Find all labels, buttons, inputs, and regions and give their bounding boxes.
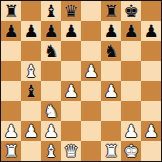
piece-white-rook: ♜	[3, 141, 18, 161]
square-c3[interactable]: ♞	[41, 101, 61, 121]
square-d6[interactable]	[61, 41, 81, 61]
piece-white-king: ♚	[123, 141, 138, 161]
piece-white-pawn: ♟	[103, 81, 118, 101]
square-d8[interactable]: ♛	[61, 1, 81, 21]
square-f7[interactable]: ♟	[101, 21, 121, 41]
square-b4[interactable]: ♝	[21, 81, 41, 101]
piece-black-pawn: ♟	[103, 21, 118, 41]
square-a3[interactable]	[1, 101, 21, 121]
square-c6[interactable]: ♞	[41, 41, 61, 61]
piece-black-pawn: ♟	[43, 21, 58, 41]
piece-white-pawn: ♟	[143, 121, 158, 141]
square-e3[interactable]	[81, 101, 101, 121]
square-g6[interactable]	[121, 41, 141, 61]
square-b2[interactable]: ♟	[21, 121, 41, 141]
square-f4[interactable]: ♟	[101, 81, 121, 101]
square-a6[interactable]	[1, 41, 21, 61]
square-d5[interactable]	[61, 61, 81, 81]
square-f2[interactable]	[101, 121, 121, 141]
square-d1[interactable]: ♛	[61, 141, 81, 161]
square-e8[interactable]	[81, 1, 101, 21]
square-h2[interactable]: ♟	[141, 121, 161, 141]
square-g1[interactable]: ♚	[121, 141, 141, 161]
square-f5[interactable]	[101, 61, 121, 81]
square-e2[interactable]	[81, 121, 101, 141]
square-h5[interactable]	[141, 61, 161, 81]
piece-white-bishop: ♝	[23, 61, 38, 81]
square-g7[interactable]: ♟	[121, 21, 141, 41]
square-b5[interactable]: ♝	[21, 61, 41, 81]
piece-black-knight: ♞	[103, 41, 118, 61]
square-b7[interactable]: ♟	[21, 21, 41, 41]
board-frame: ♜♝♛♜♚♟♟♟♟♟♟♟♞♞♝♟♝♟♟♞♟♟♟♟♟♜♝♛♜♚	[0, 0, 162, 162]
piece-white-pawn: ♟	[23, 121, 38, 141]
piece-white-rook: ♜	[103, 141, 118, 161]
square-c5[interactable]	[41, 61, 61, 81]
square-a4[interactable]	[1, 81, 21, 101]
square-h8[interactable]	[141, 1, 161, 21]
square-a2[interactable]: ♟	[1, 121, 21, 141]
square-b8[interactable]	[21, 1, 41, 21]
square-b3[interactable]	[21, 101, 41, 121]
square-h6[interactable]	[141, 41, 161, 61]
piece-black-pawn: ♟	[143, 21, 158, 41]
piece-white-queen: ♛	[63, 141, 78, 161]
square-c4[interactable]	[41, 81, 61, 101]
square-e6[interactable]	[81, 41, 101, 61]
piece-black-pawn: ♟	[63, 21, 78, 41]
square-b1[interactable]	[21, 141, 41, 161]
piece-black-king: ♚	[123, 1, 138, 21]
square-f8[interactable]: ♜	[101, 1, 121, 21]
square-e7[interactable]	[81, 21, 101, 41]
square-g3[interactable]	[121, 101, 141, 121]
chess-board: ♜♝♛♜♚♟♟♟♟♟♟♟♞♞♝♟♝♟♟♞♟♟♟♟♟♜♝♛♜♚	[1, 1, 161, 161]
piece-black-pawn: ♟	[3, 21, 18, 41]
square-a1[interactable]: ♜	[1, 141, 21, 161]
piece-black-bishop: ♝	[43, 1, 58, 21]
square-h4[interactable]	[141, 81, 161, 101]
square-d7[interactable]: ♟	[61, 21, 81, 41]
square-a5[interactable]	[1, 61, 21, 81]
square-g2[interactable]: ♟	[121, 121, 141, 141]
piece-black-pawn: ♟	[123, 21, 138, 41]
square-d3[interactable]	[61, 101, 81, 121]
piece-black-pawn: ♟	[23, 21, 38, 41]
piece-white-pawn: ♟	[83, 61, 98, 81]
square-c1[interactable]: ♝	[41, 141, 61, 161]
square-f1[interactable]: ♜	[101, 141, 121, 161]
piece-white-pawn: ♟	[43, 121, 58, 141]
square-b6[interactable]	[21, 41, 41, 61]
piece-black-queen: ♛	[63, 1, 78, 21]
square-h1[interactable]	[141, 141, 161, 161]
square-a7[interactable]: ♟	[1, 21, 21, 41]
square-g8[interactable]: ♚	[121, 1, 141, 21]
square-d4[interactable]: ♟	[61, 81, 81, 101]
piece-black-rook: ♜	[3, 1, 18, 21]
piece-white-bishop: ♝	[43, 141, 58, 161]
square-h3[interactable]	[141, 101, 161, 121]
piece-black-rook: ♜	[103, 1, 118, 21]
piece-white-pawn: ♟	[3, 121, 18, 141]
square-a8[interactable]: ♜	[1, 1, 21, 21]
square-c8[interactable]: ♝	[41, 1, 61, 21]
square-f3[interactable]	[101, 101, 121, 121]
piece-black-knight: ♞	[43, 41, 58, 61]
square-d2[interactable]	[61, 121, 81, 141]
square-g4[interactable]	[121, 81, 141, 101]
square-c2[interactable]: ♟	[41, 121, 61, 141]
piece-black-bishop: ♝	[23, 81, 38, 101]
piece-white-pawn: ♟	[123, 121, 138, 141]
square-f6[interactable]: ♞	[101, 41, 121, 61]
square-e4[interactable]	[81, 81, 101, 101]
square-g5[interactable]	[121, 61, 141, 81]
piece-white-knight: ♞	[43, 101, 58, 121]
piece-white-pawn: ♟	[63, 81, 78, 101]
square-e1[interactable]	[81, 141, 101, 161]
square-c7[interactable]: ♟	[41, 21, 61, 41]
square-e5[interactable]: ♟	[81, 61, 101, 81]
square-h7[interactable]: ♟	[141, 21, 161, 41]
